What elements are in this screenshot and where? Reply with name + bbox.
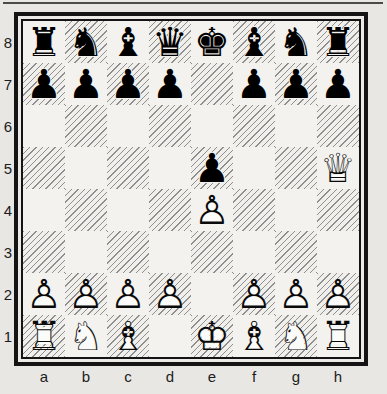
square-d6[interactable] bbox=[149, 105, 191, 147]
black-rook: ♜ bbox=[23, 21, 65, 63]
square-c2[interactable]: ♟♙ bbox=[107, 273, 149, 315]
file-label-c: c bbox=[107, 368, 149, 390]
square-e7[interactable] bbox=[191, 63, 233, 105]
black-rook: ♜ bbox=[317, 21, 359, 63]
square-a3[interactable] bbox=[23, 231, 65, 273]
square-f3[interactable] bbox=[233, 231, 275, 273]
rank-label-1: 1 bbox=[0, 315, 13, 357]
square-c1[interactable]: ♝♗ bbox=[107, 315, 149, 357]
black-knight: ♞ bbox=[65, 21, 107, 63]
square-b2[interactable]: ♟♙ bbox=[65, 273, 107, 315]
square-d7[interactable]: ♟ bbox=[149, 63, 191, 105]
square-h5[interactable]: ♛♕ bbox=[317, 147, 359, 189]
white-rook-fill: ♜ bbox=[317, 315, 359, 357]
white-pawn: ♙ bbox=[191, 189, 233, 231]
square-g3[interactable] bbox=[275, 231, 317, 273]
square-d4[interactable] bbox=[149, 189, 191, 231]
white-knight: ♘ bbox=[65, 315, 107, 357]
square-h2[interactable]: ♟♙ bbox=[317, 273, 359, 315]
white-pawn: ♙ bbox=[65, 273, 107, 315]
board-inner-border: ♜♞♝♛♚♝♞♜♟♟♟♟♟♟♟♟♛♕♟♙♟♙♟♙♟♙♟♙♟♙♟♙♟♙♜♖♞♘♝♗… bbox=[21, 19, 361, 359]
white-rook: ♖ bbox=[23, 315, 65, 357]
square-a2[interactable]: ♟♙ bbox=[23, 273, 65, 315]
white-king-fill: ♚ bbox=[191, 315, 233, 357]
black-pawn: ♟ bbox=[275, 63, 317, 105]
white-queen: ♕ bbox=[317, 147, 359, 189]
board-grid: ♜♞♝♛♚♝♞♜♟♟♟♟♟♟♟♟♛♕♟♙♟♙♟♙♟♙♟♙♟♙♟♙♟♙♜♖♞♘♝♗… bbox=[23, 21, 359, 357]
square-e4[interactable]: ♟♙ bbox=[191, 189, 233, 231]
square-b7[interactable]: ♟ bbox=[65, 63, 107, 105]
black-pawn: ♟ bbox=[233, 63, 275, 105]
white-pawn-fill: ♟ bbox=[107, 273, 149, 315]
white-rook: ♖ bbox=[317, 315, 359, 357]
square-g5[interactable] bbox=[275, 147, 317, 189]
square-f2[interactable]: ♟♙ bbox=[233, 273, 275, 315]
rank-label-5: 5 bbox=[0, 147, 13, 189]
square-g6[interactable] bbox=[275, 105, 317, 147]
square-g4[interactable] bbox=[275, 189, 317, 231]
file-label-f: f bbox=[233, 368, 275, 390]
square-f8[interactable]: ♝ bbox=[233, 21, 275, 63]
white-pawn-fill: ♟ bbox=[275, 273, 317, 315]
square-b8[interactable]: ♞ bbox=[65, 21, 107, 63]
white-queen-fill: ♛ bbox=[317, 147, 359, 189]
square-e3[interactable] bbox=[191, 231, 233, 273]
square-h1[interactable]: ♜♖ bbox=[317, 315, 359, 357]
square-c7[interactable]: ♟ bbox=[107, 63, 149, 105]
white-pawn-fill: ♟ bbox=[149, 273, 191, 315]
white-pawn: ♙ bbox=[23, 273, 65, 315]
white-pawn-fill: ♟ bbox=[65, 273, 107, 315]
square-e1[interactable]: ♚♔ bbox=[191, 315, 233, 357]
square-c3[interactable] bbox=[107, 231, 149, 273]
square-h3[interactable] bbox=[317, 231, 359, 273]
rank-label-8: 8 bbox=[0, 21, 13, 63]
rank-label-7: 7 bbox=[0, 63, 13, 105]
top-edge-line bbox=[3, 2, 383, 4]
square-d3[interactable] bbox=[149, 231, 191, 273]
rank-label-2: 2 bbox=[0, 273, 13, 315]
square-e2[interactable] bbox=[191, 273, 233, 315]
square-h8[interactable]: ♜ bbox=[317, 21, 359, 63]
white-pawn: ♙ bbox=[233, 273, 275, 315]
file-label-e: e bbox=[191, 368, 233, 390]
rank-labels: 87654321 bbox=[0, 21, 13, 357]
square-a7[interactable]: ♟ bbox=[23, 63, 65, 105]
square-g1[interactable]: ♞♘ bbox=[275, 315, 317, 357]
white-pawn: ♙ bbox=[107, 273, 149, 315]
square-g2[interactable]: ♟♙ bbox=[275, 273, 317, 315]
black-pawn: ♟ bbox=[191, 147, 233, 189]
file-label-g: g bbox=[275, 368, 317, 390]
square-e6[interactable] bbox=[191, 105, 233, 147]
square-f6[interactable] bbox=[233, 105, 275, 147]
file-label-h: h bbox=[317, 368, 359, 390]
square-h4[interactable] bbox=[317, 189, 359, 231]
black-pawn: ♟ bbox=[149, 63, 191, 105]
square-b3[interactable] bbox=[65, 231, 107, 273]
black-bishop: ♝ bbox=[233, 21, 275, 63]
black-queen: ♛ bbox=[149, 21, 191, 63]
square-a1[interactable]: ♜♖ bbox=[23, 315, 65, 357]
square-g7[interactable]: ♟ bbox=[275, 63, 317, 105]
square-e5[interactable]: ♟ bbox=[191, 147, 233, 189]
square-b4[interactable] bbox=[65, 189, 107, 231]
black-knight: ♞ bbox=[275, 21, 317, 63]
white-bishop-fill: ♝ bbox=[233, 315, 275, 357]
rank-label-4: 4 bbox=[0, 189, 13, 231]
file-label-b: b bbox=[65, 368, 107, 390]
white-pawn-fill: ♟ bbox=[191, 189, 233, 231]
white-bishop: ♗ bbox=[107, 315, 149, 357]
square-d8[interactable]: ♛ bbox=[149, 21, 191, 63]
square-a8[interactable]: ♜ bbox=[23, 21, 65, 63]
square-a4[interactable] bbox=[23, 189, 65, 231]
square-c4[interactable] bbox=[107, 189, 149, 231]
white-pawn-fill: ♟ bbox=[233, 273, 275, 315]
white-bishop: ♗ bbox=[233, 315, 275, 357]
square-h6[interactable] bbox=[317, 105, 359, 147]
white-pawn-fill: ♟ bbox=[317, 273, 359, 315]
square-h7[interactable]: ♟ bbox=[317, 63, 359, 105]
file-labels: abcdefgh bbox=[23, 368, 359, 390]
white-rook-fill: ♜ bbox=[23, 315, 65, 357]
black-bishop: ♝ bbox=[107, 21, 149, 63]
black-pawn: ♟ bbox=[107, 63, 149, 105]
file-label-a: a bbox=[23, 368, 65, 390]
black-pawn: ♟ bbox=[65, 63, 107, 105]
square-b6[interactable] bbox=[65, 105, 107, 147]
square-c6[interactable] bbox=[107, 105, 149, 147]
square-f1[interactable]: ♝♗ bbox=[233, 315, 275, 357]
white-knight-fill: ♞ bbox=[65, 315, 107, 357]
black-pawn: ♟ bbox=[317, 63, 359, 105]
square-b5[interactable] bbox=[65, 147, 107, 189]
square-f4[interactable] bbox=[233, 189, 275, 231]
white-pawn: ♙ bbox=[317, 273, 359, 315]
square-c8[interactable]: ♝ bbox=[107, 21, 149, 63]
square-a5[interactable] bbox=[23, 147, 65, 189]
rank-label-6: 6 bbox=[0, 105, 13, 147]
chess-board: ♜♞♝♛♚♝♞♜♟♟♟♟♟♟♟♟♛♕♟♙♟♙♟♙♟♙♟♙♟♙♟♙♟♙♜♖♞♘♝♗… bbox=[14, 12, 368, 366]
white-pawn-fill: ♟ bbox=[23, 273, 65, 315]
square-d1[interactable] bbox=[149, 315, 191, 357]
white-bishop-fill: ♝ bbox=[107, 315, 149, 357]
white-knight-fill: ♞ bbox=[275, 315, 317, 357]
square-f5[interactable] bbox=[233, 147, 275, 189]
file-label-d: d bbox=[149, 368, 191, 390]
white-knight: ♘ bbox=[275, 315, 317, 357]
square-a6[interactable] bbox=[23, 105, 65, 147]
square-f7[interactable]: ♟ bbox=[233, 63, 275, 105]
square-c5[interactable] bbox=[107, 147, 149, 189]
square-b1[interactable]: ♞♘ bbox=[65, 315, 107, 357]
square-d2[interactable]: ♟♙ bbox=[149, 273, 191, 315]
rank-label-3: 3 bbox=[0, 231, 13, 273]
black-king: ♚ bbox=[191, 21, 233, 63]
square-e8[interactable]: ♚ bbox=[191, 21, 233, 63]
square-g8[interactable]: ♞ bbox=[275, 21, 317, 63]
white-king: ♔ bbox=[191, 315, 233, 357]
white-pawn: ♙ bbox=[275, 273, 317, 315]
black-pawn: ♟ bbox=[23, 63, 65, 105]
square-d5[interactable] bbox=[149, 147, 191, 189]
white-pawn: ♙ bbox=[149, 273, 191, 315]
